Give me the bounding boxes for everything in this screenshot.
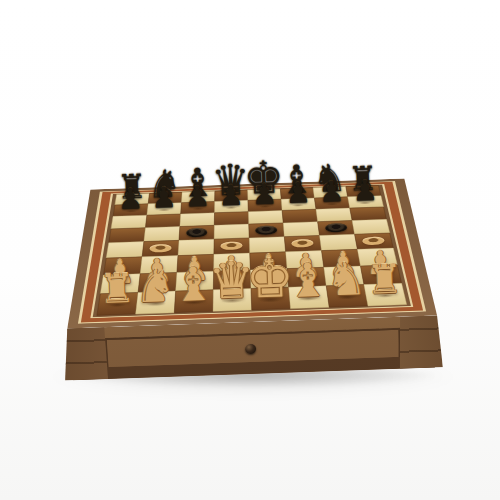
square-f3 xyxy=(286,251,324,269)
square-g3 xyxy=(322,249,361,267)
square-e3 xyxy=(250,252,287,270)
square-h8 xyxy=(346,185,381,197)
square-b7 xyxy=(146,203,181,216)
square-a1 xyxy=(96,292,139,315)
square-f4 xyxy=(284,235,321,251)
square-g6 xyxy=(316,208,352,222)
square-a3 xyxy=(103,257,143,275)
square-b5 xyxy=(143,227,180,242)
square-g1 xyxy=(326,284,368,307)
square-b2 xyxy=(137,272,177,292)
square-a2 xyxy=(100,274,141,294)
square-b1 xyxy=(135,291,177,314)
square-c1 xyxy=(174,290,215,313)
square-h7 xyxy=(348,196,384,209)
square-h2 xyxy=(360,265,401,285)
chess-board xyxy=(0,0,500,500)
square-a6 xyxy=(111,215,148,229)
square-a7 xyxy=(113,204,149,217)
square-e5 xyxy=(249,223,285,238)
square-c4 xyxy=(177,239,214,255)
square-e6 xyxy=(248,210,283,224)
square-a8 xyxy=(115,193,150,205)
square-d7 xyxy=(214,200,248,212)
square-d2 xyxy=(213,270,251,290)
square-g4 xyxy=(319,234,357,250)
square-e4 xyxy=(249,237,285,253)
square-g2 xyxy=(324,266,364,286)
square-f1 xyxy=(289,286,330,309)
square-e1 xyxy=(251,287,291,310)
square-d6 xyxy=(214,212,249,226)
chess-box: ♜♞♝♛♚♝♞♜♟♟♟♟♟♟♟♟♟♟♟♟♟♟♟♟♜♞♝♛♚♝♞♜ xyxy=(0,0,500,500)
square-d3 xyxy=(213,253,250,271)
product-photo-scene: ♜♞♝♛♚♝♞♜♟♟♟♟♟♟♟♟♟♟♟♟♟♟♟♟♜♞♝♛♚♝♞♜ xyxy=(0,0,500,500)
square-c2 xyxy=(175,271,214,291)
square-d8 xyxy=(214,190,248,201)
square-e8 xyxy=(248,189,282,200)
square-a4 xyxy=(106,242,145,259)
square-d1 xyxy=(212,288,251,311)
square-h4 xyxy=(355,233,394,250)
square-f5 xyxy=(283,222,319,237)
square-c5 xyxy=(178,225,214,240)
square-h1 xyxy=(364,283,407,306)
square-b8 xyxy=(148,192,183,203)
square-g8 xyxy=(313,187,348,198)
square-b3 xyxy=(140,256,179,274)
square-f7 xyxy=(281,198,316,210)
square-c3 xyxy=(176,254,214,272)
square-d5 xyxy=(214,224,250,239)
square-e2 xyxy=(250,269,288,289)
square-g7 xyxy=(314,197,349,210)
square-e7 xyxy=(248,199,282,211)
square-b6 xyxy=(145,214,181,228)
square-h5 xyxy=(352,219,390,234)
square-c6 xyxy=(179,213,215,227)
square-f6 xyxy=(282,209,318,223)
square-f8 xyxy=(280,188,314,199)
square-d4 xyxy=(213,238,249,254)
square-f2 xyxy=(287,267,326,287)
square-g5 xyxy=(318,220,355,235)
square-c8 xyxy=(181,191,215,202)
square-h3 xyxy=(357,248,397,266)
square-a5 xyxy=(108,228,146,243)
square-c7 xyxy=(180,201,215,213)
square-h6 xyxy=(350,207,387,221)
square-b4 xyxy=(142,240,180,256)
